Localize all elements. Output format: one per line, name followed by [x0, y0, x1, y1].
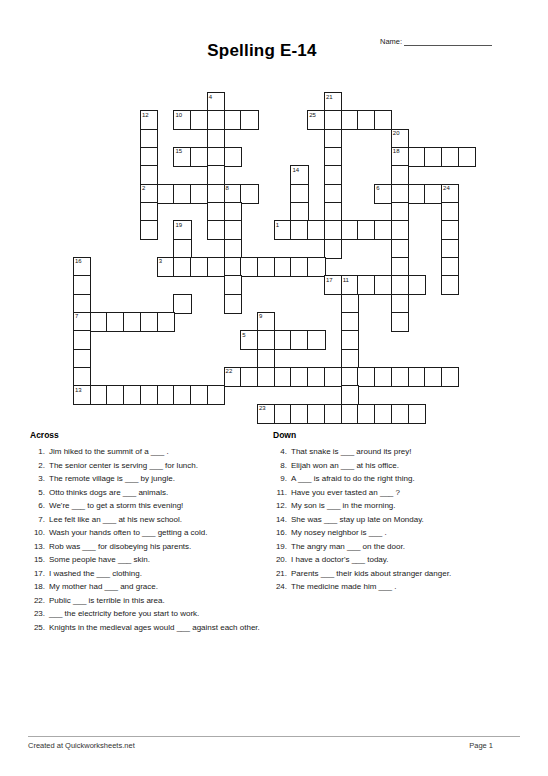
- name-field: Name:: [380, 37, 492, 46]
- clue-number-10: 10: [175, 112, 182, 119]
- clue-num: 7.: [30, 513, 45, 527]
- clue-text: I washed the ___ clothing.: [49, 567, 264, 581]
- cell-3-6[interactable]: 15: [173, 147, 191, 167]
- clue-text: My mother had ___ and grace.: [49, 580, 264, 594]
- clue-num: 6.: [30, 499, 45, 513]
- cell-16-4[interactable]: [140, 385, 158, 405]
- cell-13-10[interactable]: 5: [240, 330, 258, 350]
- cell-10-16[interactable]: 11: [341, 275, 359, 295]
- clue-num: 10.: [30, 526, 45, 540]
- cell-10-15[interactable]: 17: [324, 275, 342, 295]
- cell-7-15[interactable]: [324, 220, 342, 240]
- down-clue: 14.She was ___ stay up late on Monday.: [272, 513, 520, 527]
- cell-17-11[interactable]: 23: [257, 404, 275, 424]
- footer-credit: Created at Quickworksheets.net: [28, 741, 135, 750]
- clue-text: The remote village is ___ by jungle.: [49, 472, 264, 486]
- cell-1-16[interactable]: [341, 110, 359, 130]
- cell-6-4[interactable]: [140, 202, 158, 222]
- clue-number-19: 19: [175, 222, 182, 229]
- cell-11-6[interactable]: [173, 294, 191, 314]
- cell-5-6[interactable]: [173, 184, 191, 204]
- clue-text: Knights in the medieval ages would ___ a…: [49, 621, 264, 635]
- clue-text: The angry man ___ on the door.: [291, 540, 506, 554]
- cell-12-0[interactable]: 7: [73, 312, 91, 332]
- clue-text: She was ___ stay up late on Monday.: [291, 513, 506, 527]
- cell-5-9[interactable]: 8: [224, 184, 242, 204]
- clue-num: 11.: [272, 486, 287, 500]
- cell-5-20[interactable]: [408, 184, 426, 204]
- cell-16-8[interactable]: [207, 385, 225, 405]
- cell-15-18[interactable]: [374, 367, 392, 387]
- clue-number-12: 12: [142, 112, 149, 119]
- down-clue: 11.Have you ever tasted an ___ ?: [272, 486, 520, 500]
- cell-10-17[interactable]: [357, 275, 375, 295]
- clue-num: 21.: [272, 567, 287, 581]
- cell-3-4[interactable]: [140, 147, 158, 167]
- across-clue: 1.Jim hiked to the summit of a ___ .: [30, 445, 268, 459]
- cell-14-0[interactable]: [73, 349, 91, 369]
- cell-17-13[interactable]: [290, 404, 308, 424]
- clue-num: 16.: [272, 526, 287, 540]
- down-clue: 12.My son is ___ in the morning.: [272, 499, 520, 513]
- down-clue: 24.The medicine made him ___ .: [272, 580, 520, 594]
- cell-15-10[interactable]: [240, 367, 258, 387]
- clue-text: Jim hiked to the summit of a ___ .: [49, 445, 264, 459]
- cell-9-10[interactable]: [240, 257, 258, 277]
- cell-13-13[interactable]: [290, 330, 308, 350]
- clue-text: I have a doctor's ___ today.: [291, 553, 506, 567]
- cell-2-4[interactable]: [140, 129, 158, 149]
- clue-num: 24.: [272, 580, 287, 594]
- clue-number-3: 3: [159, 258, 162, 265]
- across-clue: 6.We're ___ to get a storm this evening!: [30, 499, 268, 513]
- cell-16-0[interactable]: 13: [73, 385, 91, 405]
- cell-1-4[interactable]: 12: [140, 110, 158, 130]
- cell-6-15[interactable]: [324, 202, 342, 222]
- cell-5-13[interactable]: [290, 184, 308, 204]
- cell-15-14[interactable]: [307, 367, 325, 387]
- cell-15-11[interactable]: [257, 367, 275, 387]
- cell-2-19[interactable]: 20: [391, 129, 409, 149]
- cell-17-19[interactable]: [391, 404, 409, 424]
- down-clue: 9.A ___ is afraid to do the right thing.: [272, 472, 520, 486]
- cell-9-14[interactable]: [307, 257, 325, 277]
- clue-number-24: 24: [443, 185, 450, 192]
- clue-number-21: 21: [326, 94, 333, 101]
- cell-3-22[interactable]: [441, 147, 459, 167]
- cell-5-15[interactable]: [324, 184, 342, 204]
- cell-7-6[interactable]: 19: [173, 220, 191, 240]
- cell-15-22[interactable]: [441, 367, 459, 387]
- cell-2-8[interactable]: [207, 129, 225, 149]
- cell-1-9[interactable]: [224, 110, 242, 130]
- cell-7-18[interactable]: [374, 220, 392, 240]
- cell-16-3[interactable]: [123, 385, 141, 405]
- cell-13-0[interactable]: [73, 330, 91, 350]
- across-clue: 5.Otto thinks dogs are ___ animals.: [30, 486, 268, 500]
- cell-13-14[interactable]: [307, 330, 325, 350]
- clue-num: 4.: [272, 445, 287, 459]
- cell-11-0[interactable]: [73, 294, 91, 314]
- clue-text: That snake is ___ around its prey!: [291, 445, 506, 459]
- cell-6-13[interactable]: [290, 202, 308, 222]
- cell-15-21[interactable]: [424, 367, 442, 387]
- cell-9-8[interactable]: [207, 257, 225, 277]
- cell-1-10[interactable]: [240, 110, 258, 130]
- footer-page-number: Page 1: [469, 741, 493, 750]
- cell-1-14[interactable]: 25: [307, 110, 325, 130]
- clue-text: Rob was ___ for disobeying his parents.: [49, 540, 264, 554]
- cell-10-20[interactable]: [408, 275, 426, 295]
- cell-3-23[interactable]: [458, 147, 476, 167]
- across-clue-list: 1.Jim hiked to the summit of a ___ .2.Th…: [30, 445, 268, 634]
- cell-7-22[interactable]: [441, 220, 459, 240]
- cell-4-19[interactable]: [391, 165, 409, 185]
- cell-3-15[interactable]: [324, 147, 342, 167]
- clue-text: ___ the electricity before you start to …: [49, 607, 264, 621]
- down-clue: 16.My nosey neighbor is ___ .: [272, 526, 520, 540]
- cell-9-19[interactable]: [391, 257, 409, 277]
- clue-num: 20.: [272, 553, 287, 567]
- cell-15-17[interactable]: [357, 367, 375, 387]
- cell-5-21[interactable]: [424, 184, 442, 204]
- cell-7-17[interactable]: [357, 220, 375, 240]
- clue-number-22: 22: [226, 368, 233, 375]
- cell-12-3[interactable]: [123, 312, 141, 332]
- cell-9-13[interactable]: [290, 257, 308, 277]
- clue-num: 13.: [30, 540, 45, 554]
- clue-number-1: 1: [276, 222, 279, 229]
- cell-11-9[interactable]: [224, 294, 242, 314]
- clue-number-4: 4: [209, 94, 212, 101]
- cell-16-7[interactable]: [190, 385, 208, 405]
- clue-num: 15.: [30, 553, 45, 567]
- cell-1-15[interactable]: [324, 110, 342, 130]
- cell-15-19[interactable]: [391, 367, 409, 387]
- clue-text: Some people have ___ skin.: [49, 553, 264, 567]
- cell-12-4[interactable]: [140, 312, 158, 332]
- clue-text: Lee felt like an ___ at his new school.: [49, 513, 264, 527]
- clue-number-17: 17: [326, 277, 333, 284]
- cell-4-15[interactable]: [324, 165, 342, 185]
- clue-number-8: 8: [226, 185, 229, 192]
- cell-4-13[interactable]: 14: [290, 165, 308, 185]
- cell-17-18[interactable]: [374, 404, 392, 424]
- clue-text: My nosey neighbor is ___ .: [291, 526, 506, 540]
- cell-9-22[interactable]: [441, 257, 459, 277]
- cell-0-8[interactable]: 4: [207, 92, 225, 112]
- cell-10-0[interactable]: [73, 275, 91, 295]
- cell-1-8[interactable]: [207, 110, 225, 130]
- down-clue: 21.Parents ___ their kids about stranger…: [272, 567, 520, 581]
- cell-9-12[interactable]: [274, 257, 292, 277]
- clue-num: 19.: [272, 540, 287, 554]
- cell-15-12[interactable]: [274, 367, 292, 387]
- clue-num: 25.: [30, 621, 45, 635]
- clue-number-6: 6: [376, 185, 379, 192]
- cell-10-18[interactable]: [374, 275, 392, 295]
- name-label: Name:: [380, 37, 402, 46]
- cell-5-4[interactable]: 2: [140, 184, 158, 204]
- cell-2-15[interactable]: [324, 129, 342, 149]
- clue-text: Parents ___ their kids about stranger da…: [291, 567, 506, 581]
- across-clue: 15.Some people have ___ skin.: [30, 553, 268, 567]
- cell-6-22[interactable]: [441, 202, 459, 222]
- clue-number-25: 25: [309, 112, 316, 119]
- clue-num: 22.: [30, 594, 45, 608]
- cell-15-16[interactable]: [341, 367, 359, 387]
- cell-8-9[interactable]: [224, 239, 242, 259]
- cell-9-6[interactable]: [173, 257, 191, 277]
- cell-15-9[interactable]: 22: [224, 367, 242, 387]
- down-heading: Down: [273, 430, 296, 440]
- across-clue: 2.The senior center is serving ___ for l…: [30, 459, 268, 473]
- cell-3-21[interactable]: [424, 147, 442, 167]
- cell-7-16[interactable]: [341, 220, 359, 240]
- cell-7-19[interactable]: [391, 220, 409, 240]
- cell-1-6[interactable]: 10: [173, 110, 191, 130]
- cell-5-19[interactable]: [391, 184, 409, 204]
- clue-number-20: 20: [393, 130, 400, 137]
- across-clue: 13.Rob was ___ for disobeying his parent…: [30, 540, 268, 554]
- down-clue: 19.The angry man ___ on the door.: [272, 540, 520, 554]
- down-clue: 20.I have a doctor's ___ today.: [272, 553, 520, 567]
- cell-7-4[interactable]: [140, 220, 158, 240]
- cell-9-11[interactable]: [257, 257, 275, 277]
- clue-num: 9.: [272, 472, 287, 486]
- cell-6-8[interactable]: [207, 202, 225, 222]
- clue-text: My son is ___ in the morning.: [291, 499, 506, 513]
- across-clue: 22.Public ___ is terrible in this area.: [30, 594, 268, 608]
- cell-1-7[interactable]: [190, 110, 208, 130]
- cell-8-6[interactable]: [173, 239, 191, 259]
- cell-5-22[interactable]: 24: [441, 184, 459, 204]
- cell-17-15[interactable]: [324, 404, 342, 424]
- cell-16-16[interactable]: [341, 385, 359, 405]
- clue-text: Wash your hands often to ___ getting a c…: [49, 526, 264, 540]
- across-heading: Across: [30, 430, 59, 440]
- across-clue: 23.___ the electricity before you start …: [30, 607, 268, 621]
- clue-text: Public ___ is terrible in this area.: [49, 594, 264, 608]
- cell-7-13[interactable]: [290, 220, 308, 240]
- cell-11-16[interactable]: [341, 294, 359, 314]
- cell-3-19[interactable]: 18: [391, 147, 409, 167]
- clue-num: 5.: [30, 486, 45, 500]
- cell-1-17[interactable]: [357, 110, 375, 130]
- cell-12-2[interactable]: [106, 312, 124, 332]
- clue-text: The medicine made him ___ .: [291, 580, 506, 594]
- cell-7-12[interactable]: 1: [274, 220, 292, 240]
- clue-num: 18.: [30, 580, 45, 594]
- cell-16-2[interactable]: [106, 385, 124, 405]
- cell-13-11[interactable]: [257, 330, 275, 350]
- across-clue: 25.Knights in the medieval ages would __…: [30, 621, 268, 635]
- clue-text: Otto thinks dogs are ___ animals.: [49, 486, 264, 500]
- clue-text: Have you ever tasted an ___ ?: [291, 486, 506, 500]
- cell-10-9[interactable]: [224, 275, 242, 295]
- cell-17-17[interactable]: [357, 404, 375, 424]
- cell-8-22[interactable]: [441, 239, 459, 259]
- clue-num: 12.: [272, 499, 287, 513]
- cell-6-9[interactable]: [224, 202, 242, 222]
- cell-5-10[interactable]: [240, 184, 258, 204]
- clue-number-23: 23: [259, 405, 266, 412]
- cell-7-9[interactable]: [224, 220, 242, 240]
- clue-number-15: 15: [175, 148, 182, 155]
- cell-16-5[interactable]: [157, 385, 175, 405]
- cell-17-14[interactable]: [307, 404, 325, 424]
- cell-5-7[interactable]: [190, 184, 208, 204]
- clue-num: 17.: [30, 567, 45, 581]
- cell-12-16[interactable]: [341, 312, 359, 332]
- clue-number-9: 9: [259, 313, 262, 320]
- cell-4-8[interactable]: [207, 165, 225, 185]
- cell-17-16[interactable]: [341, 404, 359, 424]
- across-clue: 17.I washed the ___ clothing.: [30, 567, 268, 581]
- cell-15-15[interactable]: [324, 367, 342, 387]
- cell-15-0[interactable]: [73, 367, 91, 387]
- clue-number-2: 2: [142, 185, 145, 192]
- cell-9-5[interactable]: 3: [157, 257, 175, 277]
- cell-3-9[interactable]: [224, 147, 242, 167]
- clue-number-14: 14: [292, 167, 299, 174]
- across-clue: 3.The remote village is ___ by jungle.: [30, 472, 268, 486]
- cell-7-8[interactable]: [207, 220, 225, 240]
- clue-text: A ___ is afraid to do the right thing.: [291, 472, 506, 486]
- clue-number-5: 5: [242, 332, 245, 339]
- clue-num: 8.: [272, 459, 287, 473]
- cell-16-1[interactable]: [90, 385, 108, 405]
- cell-5-8[interactable]: [207, 184, 225, 204]
- cell-16-6[interactable]: [173, 385, 191, 405]
- cell-10-19[interactable]: [391, 275, 409, 295]
- cell-17-20[interactable]: [408, 404, 426, 424]
- cell-8-15[interactable]: [324, 239, 342, 259]
- clue-num: 3.: [30, 472, 45, 486]
- name-blank-line[interactable]: [404, 37, 492, 46]
- cell-3-20[interactable]: [408, 147, 426, 167]
- cell-8-19[interactable]: [391, 239, 409, 259]
- cell-7-14[interactable]: [307, 220, 325, 240]
- down-clue-list: 4.That snake is ___ around its prey!8.El…: [272, 445, 520, 594]
- clue-num: 23.: [30, 607, 45, 621]
- cell-6-19[interactable]: [391, 202, 409, 222]
- cell-0-15[interactable]: 21: [324, 92, 342, 112]
- clue-num: 14.: [272, 513, 287, 527]
- cell-14-11[interactable]: [257, 349, 275, 369]
- footer-divider: [28, 736, 520, 737]
- cell-11-19[interactable]: [391, 294, 409, 314]
- cell-3-7[interactable]: [190, 147, 208, 167]
- clue-text: Elijah won an ___ at his office.: [291, 459, 506, 473]
- cell-17-12[interactable]: [274, 404, 292, 424]
- cell-9-7[interactable]: [190, 257, 208, 277]
- clue-text: We're ___ to get a storm this evening!: [49, 499, 264, 513]
- clue-text: The senior center is serving ___ for lun…: [49, 459, 264, 473]
- cell-13-16[interactable]: [341, 330, 359, 350]
- across-clue: 7.Lee felt like an ___ at his new school…: [30, 513, 268, 527]
- across-clue: 18.My mother had ___ and grace.: [30, 580, 268, 594]
- cell-14-16[interactable]: [341, 349, 359, 369]
- cell-9-0[interactable]: 16: [73, 257, 91, 277]
- cell-5-18[interactable]: 6: [374, 184, 392, 204]
- cell-12-5[interactable]: [157, 312, 175, 332]
- cell-1-18[interactable]: [374, 110, 392, 130]
- cell-9-9[interactable]: [224, 257, 242, 277]
- cell-12-19[interactable]: [391, 312, 409, 332]
- down-clue: 8.Elijah won an ___ at his office.: [272, 459, 520, 473]
- clue-number-11: 11: [343, 277, 349, 284]
- cell-15-20[interactable]: [408, 367, 426, 387]
- cell-3-8[interactable]: [207, 147, 225, 167]
- clue-num: 2.: [30, 459, 45, 473]
- cell-15-13[interactable]: [290, 367, 308, 387]
- worksheet-page: Spelling E-14 Name: 42112102520151814286…: [0, 0, 548, 776]
- clue-number-7: 7: [75, 313, 78, 320]
- clue-number-18: 18: [393, 148, 400, 155]
- cell-12-11[interactable]: 9: [257, 312, 275, 332]
- down-clue: 4.That snake is ___ around its prey!: [272, 445, 520, 459]
- across-clue: 10.Wash your hands often to ___ getting …: [30, 526, 268, 540]
- clue-number-16: 16: [75, 258, 82, 265]
- cell-13-12[interactable]: [274, 330, 292, 350]
- cell-5-5[interactable]: [157, 184, 175, 204]
- clue-number-13: 13: [75, 387, 82, 394]
- cell-4-4[interactable]: [140, 165, 158, 185]
- clue-num: 1.: [30, 445, 45, 459]
- cell-10-22[interactable]: [441, 275, 459, 295]
- cell-12-1[interactable]: [90, 312, 108, 332]
